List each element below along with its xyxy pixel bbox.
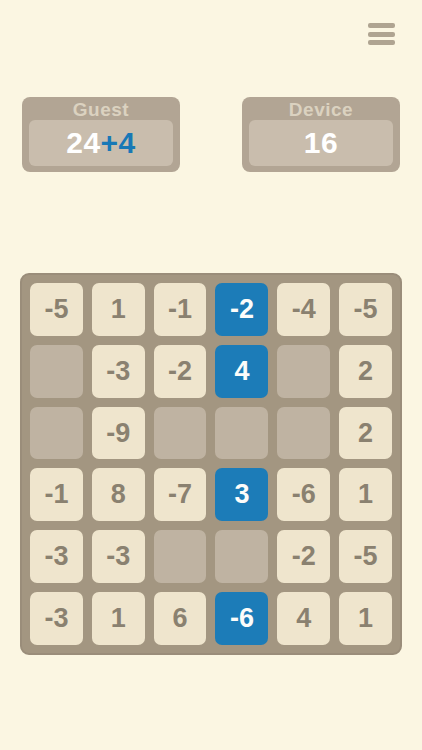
grid-cell-r6c5[interactable]: 4 — [277, 592, 330, 645]
grid-cell-r3c6[interactable]: 2 — [339, 407, 392, 460]
grid-cell-r6c4[interactable]: -6 — [215, 592, 268, 645]
grid-cell-r5c6[interactable]: -5 — [339, 530, 392, 583]
grid-cell-r1c4[interactable]: -2 — [215, 283, 268, 336]
grid-cell-r3c2[interactable]: -9 — [92, 407, 145, 460]
hamburger-menu-icon — [368, 40, 395, 45]
grid-cell-r1c3[interactable]: -1 — [154, 283, 207, 336]
guest-score-value: 24+4 — [29, 120, 173, 166]
grid-cell-r6c2[interactable]: 1 — [92, 592, 145, 645]
grid-cell-r2c5 — [277, 345, 330, 398]
grid-cell-r3c3 — [154, 407, 207, 460]
guest-score-delta: +4 — [101, 126, 136, 160]
grid-cell-r6c6[interactable]: 1 — [339, 592, 392, 645]
grid-cell-r6c1[interactable]: -3 — [30, 592, 83, 645]
guest-score-card: Guest 24+4 — [22, 97, 180, 172]
grid-cell-r2c6[interactable]: 2 — [339, 345, 392, 398]
guest-score: 24 — [66, 126, 100, 160]
grid-cell-r3c1 — [30, 407, 83, 460]
grid-cell-r1c2[interactable]: 1 — [92, 283, 145, 336]
grid-cell-r4c4[interactable]: 3 — [215, 468, 268, 521]
device-score-value: 16 — [249, 120, 393, 166]
grid-cell-r1c6[interactable]: -5 — [339, 283, 392, 336]
hamburger-menu-icon — [368, 32, 395, 37]
grid-cell-r3c4 — [215, 407, 268, 460]
grid-cell-r4c2[interactable]: 8 — [92, 468, 145, 521]
grid-cell-r5c4 — [215, 530, 268, 583]
hamburger-menu-icon — [368, 23, 395, 28]
grid-cell-r5c2[interactable]: -3 — [92, 530, 145, 583]
grid-cell-r4c1[interactable]: -1 — [30, 468, 83, 521]
grid-cell-r6c3[interactable]: 6 — [154, 592, 207, 645]
grid-cell-r2c3[interactable]: -2 — [154, 345, 207, 398]
grid-cell-r2c4[interactable]: 4 — [215, 345, 268, 398]
grid-cell-r1c5[interactable]: -4 — [277, 283, 330, 336]
device-player-name: Device — [242, 97, 400, 120]
device-score: 16 — [304, 126, 338, 160]
grid-cell-r4c5[interactable]: -6 — [277, 468, 330, 521]
menu-button[interactable] — [368, 23, 395, 45]
grid-cell-r2c2[interactable]: -3 — [92, 345, 145, 398]
grid-cell-r3c5 — [277, 407, 330, 460]
grid-cell-r4c6[interactable]: 1 — [339, 468, 392, 521]
device-score-card: Device 16 — [242, 97, 400, 172]
game-screen: { "game": "arithmetic number-tile duel (… — [0, 0, 422, 750]
grid-cell-r5c3 — [154, 530, 207, 583]
guest-player-name: Guest — [22, 97, 180, 120]
grid-cell-r5c5[interactable]: -2 — [277, 530, 330, 583]
grid-cell-r2c1 — [30, 345, 83, 398]
grid-cell-r1c1[interactable]: -5 — [30, 283, 83, 336]
board: -51-1-2-4-5-3-242-92-18-73-61-3-3-2-5-31… — [20, 273, 402, 655]
grid-cell-r5c1[interactable]: -3 — [30, 530, 83, 583]
grid-cell-r4c3[interactable]: -7 — [154, 468, 207, 521]
